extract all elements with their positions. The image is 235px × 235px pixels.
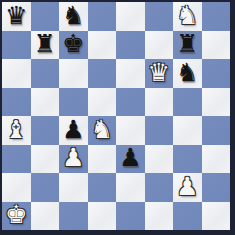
square-b4[interactable] <box>31 116 60 145</box>
square-h7[interactable] <box>202 31 231 60</box>
square-c7[interactable]: ♚ <box>59 31 88 60</box>
square-a5[interactable] <box>2 88 31 117</box>
square-f1[interactable] <box>145 202 174 231</box>
square-f2[interactable] <box>145 173 174 202</box>
piece-black-pawn[interactable]: ♟ <box>62 117 84 142</box>
piece-black-knight[interactable]: ♞ <box>62 3 84 28</box>
square-d8[interactable] <box>88 2 117 31</box>
piece-white-king[interactable]: ♚ <box>5 202 27 227</box>
square-e8[interactable] <box>116 2 145 31</box>
piece-white-knight[interactable]: ♞ <box>176 3 198 28</box>
square-f8[interactable] <box>145 2 174 31</box>
square-a1[interactable]: ♚ <box>2 202 31 231</box>
square-h5[interactable] <box>202 88 231 117</box>
square-f7[interactable] <box>145 31 174 60</box>
square-h4[interactable] <box>202 116 231 145</box>
chess-board: ♛♞♞♜♚♜♛♞♝♟♞♟♟♟♚ <box>2 2 230 230</box>
square-a6[interactable] <box>2 59 31 88</box>
chess-board-frame: ♛♞♞♜♚♜♛♞♝♟♞♟♟♟♚ <box>0 0 235 235</box>
square-g3[interactable] <box>173 145 202 174</box>
square-e3[interactable]: ♟ <box>116 145 145 174</box>
piece-black-king[interactable]: ♚ <box>62 31 84 56</box>
square-c8[interactable]: ♞ <box>59 2 88 31</box>
piece-black-queen[interactable]: ♛ <box>5 3 27 28</box>
square-h2[interactable] <box>202 173 231 202</box>
piece-white-pawn[interactable]: ♟ <box>176 174 198 199</box>
square-b7[interactable]: ♜ <box>31 31 60 60</box>
square-e7[interactable] <box>116 31 145 60</box>
square-d5[interactable] <box>88 88 117 117</box>
square-f6[interactable]: ♛ <box>145 59 174 88</box>
square-c6[interactable] <box>59 59 88 88</box>
square-c3[interactable]: ♟ <box>59 145 88 174</box>
piece-white-bishop[interactable]: ♝ <box>5 117 27 142</box>
square-c4[interactable]: ♟ <box>59 116 88 145</box>
piece-black-rook[interactable]: ♜ <box>176 31 198 56</box>
square-d1[interactable] <box>88 202 117 231</box>
square-a8[interactable]: ♛ <box>2 2 31 31</box>
square-g5[interactable] <box>173 88 202 117</box>
square-g6[interactable]: ♞ <box>173 59 202 88</box>
square-e6[interactable] <box>116 59 145 88</box>
square-h8[interactable] <box>202 2 231 31</box>
square-a3[interactable] <box>2 145 31 174</box>
square-h1[interactable] <box>202 202 231 231</box>
square-a7[interactable] <box>2 31 31 60</box>
square-a4[interactable]: ♝ <box>2 116 31 145</box>
square-d6[interactable] <box>88 59 117 88</box>
square-h3[interactable] <box>202 145 231 174</box>
square-h6[interactable] <box>202 59 231 88</box>
square-a2[interactable] <box>2 173 31 202</box>
square-b2[interactable] <box>31 173 60 202</box>
square-c1[interactable] <box>59 202 88 231</box>
square-g8[interactable]: ♞ <box>173 2 202 31</box>
square-g2[interactable]: ♟ <box>173 173 202 202</box>
square-d2[interactable] <box>88 173 117 202</box>
square-c5[interactable] <box>59 88 88 117</box>
square-f5[interactable] <box>145 88 174 117</box>
square-b8[interactable] <box>31 2 60 31</box>
square-d3[interactable] <box>88 145 117 174</box>
square-d7[interactable] <box>88 31 117 60</box>
square-b3[interactable] <box>31 145 60 174</box>
square-g7[interactable]: ♜ <box>173 31 202 60</box>
piece-black-knight[interactable]: ♞ <box>176 60 198 85</box>
square-c2[interactable] <box>59 173 88 202</box>
square-e1[interactable] <box>116 202 145 231</box>
piece-black-rook[interactable]: ♜ <box>34 31 56 56</box>
square-d4[interactable]: ♞ <box>88 116 117 145</box>
square-e5[interactable] <box>116 88 145 117</box>
square-f3[interactable] <box>145 145 174 174</box>
square-f4[interactable] <box>145 116 174 145</box>
square-b1[interactable] <box>31 202 60 231</box>
piece-black-pawn[interactable]: ♟ <box>119 145 141 170</box>
square-g1[interactable] <box>173 202 202 231</box>
square-e4[interactable] <box>116 116 145 145</box>
square-e2[interactable] <box>116 173 145 202</box>
square-g4[interactable] <box>173 116 202 145</box>
piece-white-queen[interactable]: ♛ <box>148 60 170 85</box>
piece-white-pawn[interactable]: ♟ <box>62 145 84 170</box>
piece-white-knight[interactable]: ♞ <box>91 117 113 142</box>
square-b5[interactable] <box>31 88 60 117</box>
square-b6[interactable] <box>31 59 60 88</box>
